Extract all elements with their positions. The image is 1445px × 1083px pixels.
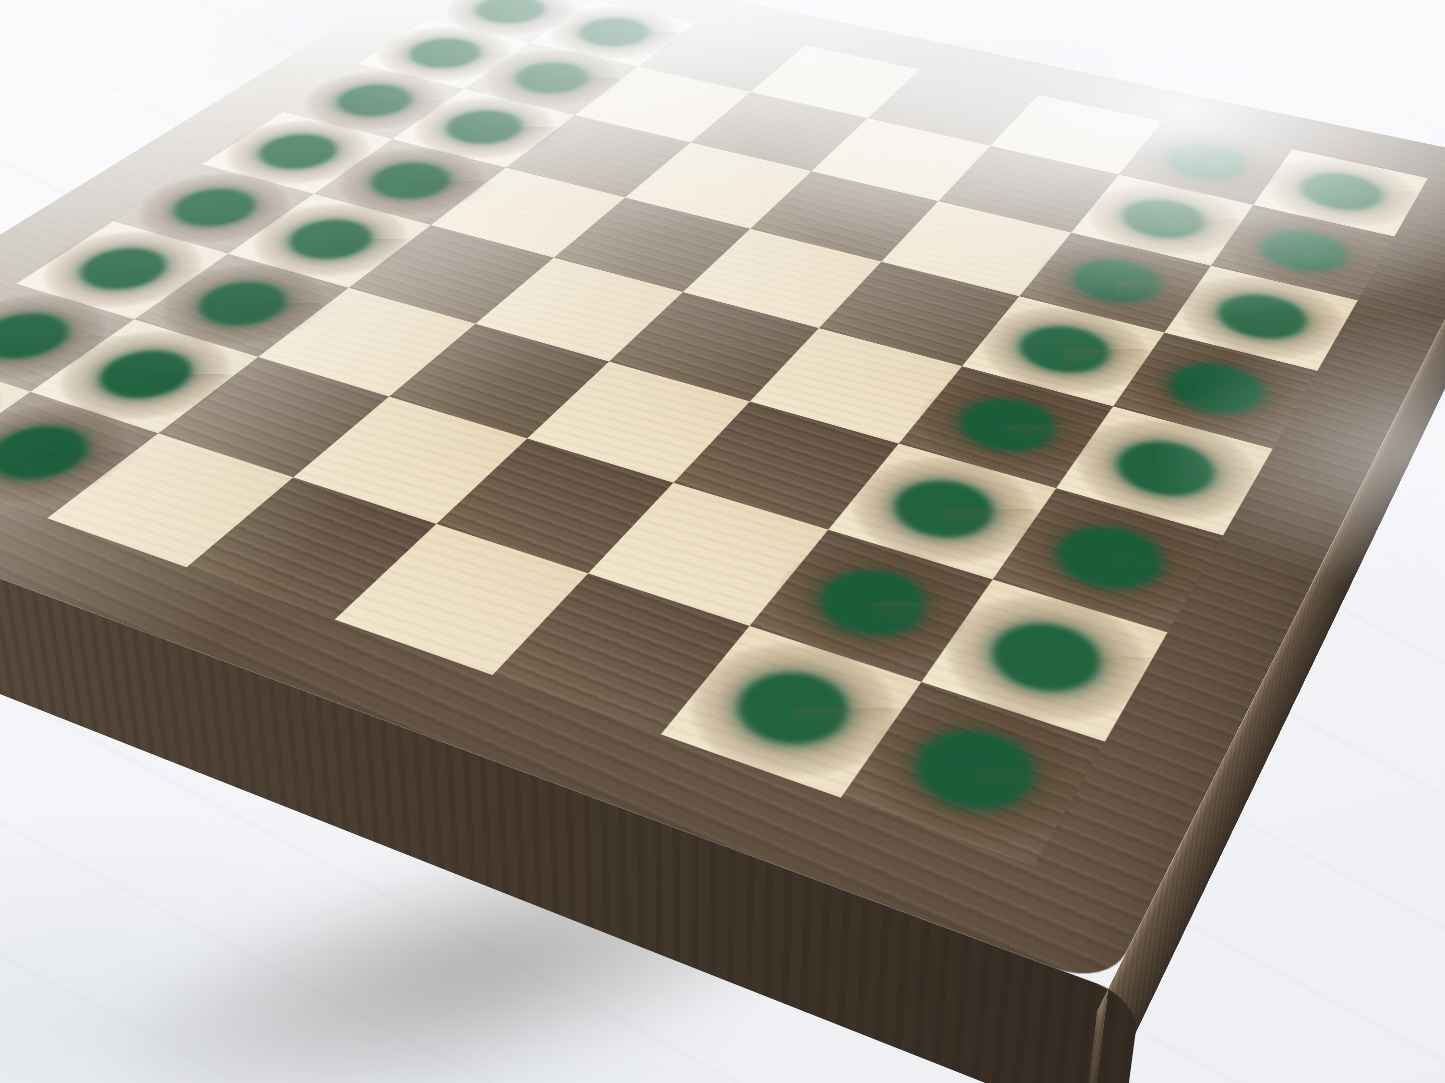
black-pawn-icon: ♟	[0, 224, 163, 461]
white-rook-icon: ♜	[797, 442, 1153, 779]
chess-photo-scene: ♜♞♝♛♚♝♞♜♟♟♟♟♟♟♟♟♟♟♟♟♟♟♟♟♜♞♝♛♚♝♞♜	[0, 0, 1445, 1083]
